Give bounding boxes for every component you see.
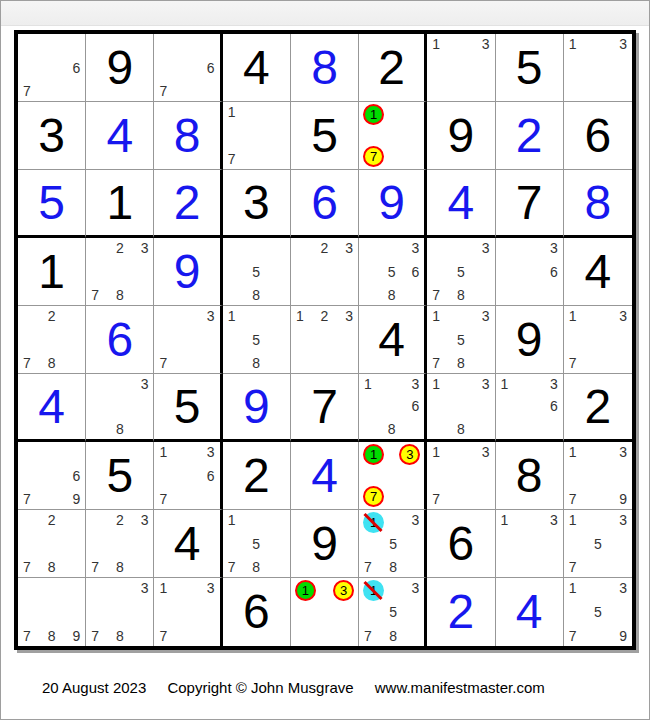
candidate-8: 8 xyxy=(47,628,57,644)
candidate-3: 3 xyxy=(618,444,628,460)
candidate-3: 3 xyxy=(411,376,421,392)
cell-r2c6[interactable]: 17 xyxy=(359,102,427,170)
footer-copyright: Copyright © John Musgrave xyxy=(167,679,353,696)
candidate-3: 3 xyxy=(411,512,421,528)
cell-r8c7[interactable]: 6 xyxy=(427,510,495,578)
pencil-marks: 13579 xyxy=(564,578,632,646)
candidate-slot: 2 xyxy=(110,240,130,261)
candidate-slot: 9 xyxy=(608,623,628,644)
cell-r1c2[interactable]: 9 xyxy=(86,34,154,102)
pencil-marks: 1368 xyxy=(359,374,424,439)
candidate-1: 1 xyxy=(158,444,168,460)
pencil-marks: 123 xyxy=(291,306,358,373)
candidate-slot: 8 xyxy=(451,350,471,371)
cell-r8c6[interactable]: 13578 xyxy=(359,510,427,578)
cell-r8c1[interactable]: 278 xyxy=(18,510,86,578)
candidate-7: 7 xyxy=(227,151,237,167)
candidate-slot: 7 xyxy=(90,623,110,644)
candidate-2: 2 xyxy=(115,240,125,256)
candidate-7: 7 xyxy=(363,559,373,575)
candidate-slot: 5 xyxy=(588,533,608,554)
pencil-marks: 137 xyxy=(154,578,219,646)
candidate-3: 3 xyxy=(549,376,559,392)
solved-digit: 8 xyxy=(154,102,219,169)
pencil-marks: 137 xyxy=(359,442,424,509)
sudoku-window: 6796748213513348175179265123694781237895… xyxy=(0,0,650,720)
candidate-3: 3 xyxy=(206,580,216,596)
candidate-slot: 3 xyxy=(130,240,150,261)
cell-r7c5[interactable]: 4 xyxy=(291,442,359,510)
candidate-7: 7 xyxy=(90,628,100,644)
candidate-slot: 1 xyxy=(431,376,451,396)
candidate-slot: 7 xyxy=(431,486,451,507)
candidate-8: 8 xyxy=(387,287,397,303)
candidate-slot: 1 xyxy=(568,36,588,57)
cell-r2c8[interactable]: 2 xyxy=(496,102,564,170)
candidate-slot: 7 xyxy=(90,282,110,303)
candidate-slot: 1 xyxy=(227,104,247,125)
cell-r2c3[interactable]: 8 xyxy=(154,102,222,170)
candidate-slot: 3 xyxy=(197,444,216,465)
cell-r5c3[interactable]: 37 xyxy=(154,306,222,374)
candidate-slot: 7 xyxy=(363,146,384,167)
cell-r8c4[interactable]: 1578 xyxy=(223,510,291,578)
candidate-slot: 7 xyxy=(22,78,42,99)
pencil-marks: 278 xyxy=(18,510,85,577)
given-digit: 7 xyxy=(496,170,563,235)
candidate-slot: 1 xyxy=(363,376,382,396)
cell-r5c6[interactable]: 4 xyxy=(359,306,427,374)
cell-r9c8[interactable]: 4 xyxy=(496,578,564,646)
candidate-7: 7 xyxy=(227,559,237,575)
cell-r9c6[interactable]: 13578 xyxy=(359,578,427,646)
cell-r1c5[interactable]: 8 xyxy=(291,34,359,102)
cell-r5c9[interactable]: 137 xyxy=(564,306,632,374)
candidate-slot: 7 xyxy=(431,350,451,371)
candidate-slot: 5 xyxy=(384,533,402,554)
candidate-slot: 7 xyxy=(363,623,384,644)
cell-r1c6[interactable]: 2 xyxy=(359,34,427,102)
cell-r5c2[interactable]: 6 xyxy=(86,306,154,374)
candidate-slot: 2 xyxy=(42,308,62,329)
solved-digit: 5 xyxy=(18,170,85,235)
pencil-marks: 2378 xyxy=(86,510,153,577)
solved-digit: 2 xyxy=(427,578,494,646)
candidate-slot: 7 xyxy=(22,623,42,644)
candidate-slot: 3 xyxy=(539,376,559,396)
candidate-slot: 8 xyxy=(451,417,471,437)
cell-r4c4[interactable]: 58 xyxy=(223,238,291,306)
candidate-1-green: 1 xyxy=(363,444,384,465)
candidate-7: 7 xyxy=(568,491,578,507)
candidate-slot: 9 xyxy=(608,486,628,507)
given-digit: 4 xyxy=(564,238,632,305)
candidate-slot: 7 xyxy=(22,486,42,507)
candidate-slot: 6 xyxy=(197,57,216,78)
candidate-slot: 3 xyxy=(402,580,420,601)
candidate-slot: 3 xyxy=(471,444,491,465)
candidate-7: 7 xyxy=(22,83,32,99)
pencil-marks: 38 xyxy=(86,374,153,439)
cell-r9c1[interactable]: 789 xyxy=(18,578,86,646)
candidate-3: 3 xyxy=(481,36,491,52)
cell-r5c7[interactable]: 13578 xyxy=(427,306,495,374)
pencil-marks: 13 xyxy=(564,34,632,101)
candidate-slot: 9 xyxy=(61,623,81,644)
candidate-5: 5 xyxy=(251,536,261,552)
candidate-7: 7 xyxy=(158,83,168,99)
candidate-slot: 6 xyxy=(539,396,559,416)
candidate-6: 6 xyxy=(549,264,559,280)
candidate-6: 6 xyxy=(549,398,559,414)
pencil-marks: 13578 xyxy=(359,510,424,577)
candidate-9: 9 xyxy=(71,491,81,507)
candidate-3: 3 xyxy=(549,512,559,528)
candidate-slot: 1 xyxy=(363,580,384,601)
candidate-slot: 5 xyxy=(246,261,266,282)
candidate-slot: 7 xyxy=(227,554,247,575)
candidate-7: 7 xyxy=(431,287,441,303)
given-digit: 2 xyxy=(359,34,424,101)
pencil-marks: 158 xyxy=(223,306,290,373)
cell-r8c3[interactable]: 4 xyxy=(154,510,222,578)
candidate-7: 7 xyxy=(568,559,578,575)
cell-r6c2[interactable]: 38 xyxy=(86,374,154,442)
candidate-5: 5 xyxy=(388,536,398,552)
cell-r4c9[interactable]: 4 xyxy=(564,238,632,306)
candidate-slot: 7 xyxy=(227,146,247,167)
cell-r6c3[interactable]: 5 xyxy=(154,374,222,442)
cell-r8c5[interactable]: 9 xyxy=(291,510,359,578)
candidate-slot: 5 xyxy=(384,601,402,622)
solved-digit: 6 xyxy=(86,306,153,373)
candidate-slot: 7 xyxy=(158,486,177,507)
candidate-3: 3 xyxy=(206,308,216,324)
candidate-8: 8 xyxy=(456,421,466,437)
solved-digit: 2 xyxy=(154,170,219,235)
cell-r8c2[interactable]: 2378 xyxy=(86,510,154,578)
given-digit: 5 xyxy=(291,102,358,169)
candidate-8: 8 xyxy=(388,559,398,575)
given-digit: 7 xyxy=(291,374,358,439)
candidate-slot: 8 xyxy=(246,350,266,371)
cell-r3c1[interactable]: 5 xyxy=(18,170,86,238)
candidate-slot: 3 xyxy=(334,240,354,261)
cell-r1c9[interactable]: 13 xyxy=(564,34,632,102)
cell-r7c6[interactable]: 137 xyxy=(359,442,427,510)
candidate-8: 8 xyxy=(456,355,466,371)
cell-r7c3[interactable]: 1367 xyxy=(154,442,222,510)
given-digit: 5 xyxy=(86,442,153,509)
cell-r7c8[interactable]: 8 xyxy=(496,442,564,510)
candidate-slot: 1 xyxy=(568,308,588,329)
cell-r3c3[interactable]: 2 xyxy=(154,170,222,238)
cell-r6c7[interactable]: 138 xyxy=(427,374,495,442)
cell-r8c8[interactable]: 13 xyxy=(496,510,564,578)
given-digit: 5 xyxy=(154,374,219,439)
cell-r3c8[interactable]: 7 xyxy=(496,170,564,238)
cell-r3c5[interactable]: 6 xyxy=(291,170,359,238)
candidate-slot: 1 xyxy=(431,444,451,465)
cell-r7c7[interactable]: 137 xyxy=(427,442,495,510)
candidate-slot: 7 xyxy=(158,350,177,371)
candidate-slot: 7 xyxy=(568,350,588,371)
candidate-3: 3 xyxy=(618,580,628,596)
candidate-slot: 2 xyxy=(110,512,130,533)
candidate-1: 1 xyxy=(568,308,578,324)
cell-r1c3[interactable]: 67 xyxy=(154,34,222,102)
cell-r3c7[interactable]: 4 xyxy=(427,170,495,238)
given-digit: 1 xyxy=(86,170,153,235)
candidate-slot: 5 xyxy=(246,329,266,350)
candidate-1: 1 xyxy=(568,512,578,528)
candidate-6: 6 xyxy=(206,468,216,484)
candidate-3: 3 xyxy=(549,240,559,256)
candidate-3: 3 xyxy=(140,376,150,392)
candidate-slot: 8 xyxy=(110,417,130,437)
candidate-1: 1 xyxy=(227,104,237,120)
candidate-slot: 1 xyxy=(568,580,588,601)
candidate-slot: 2 xyxy=(42,512,62,533)
candidate-slot: 8 xyxy=(384,623,402,644)
candidate-7: 7 xyxy=(22,559,32,575)
candidate-3-yellow: 3 xyxy=(333,580,354,601)
candidate-3: 3 xyxy=(481,308,491,324)
candidate-7: 7 xyxy=(568,628,578,644)
candidate-slot: 7 xyxy=(22,554,42,575)
candidate-8: 8 xyxy=(115,628,125,644)
candidate-slot: 8 xyxy=(246,282,266,303)
cell-r5c5[interactable]: 123 xyxy=(291,306,359,374)
candidate-slot: 3 xyxy=(401,376,420,396)
candidate-slot: 3 xyxy=(130,512,150,533)
cell-r3c2[interactable]: 1 xyxy=(86,170,154,238)
candidate-slot: 1 xyxy=(227,512,247,533)
cell-r5c8[interactable]: 9 xyxy=(496,306,564,374)
candidate-slot: 3 xyxy=(130,580,150,601)
candidate-slot: 1 xyxy=(295,308,315,329)
candidate-6: 6 xyxy=(71,468,81,484)
cell-r9c5[interactable]: 13 xyxy=(291,578,359,646)
candidate-slot: 8 xyxy=(246,554,266,575)
candidate-7: 7 xyxy=(158,628,168,644)
candidate-slot: 3 xyxy=(471,308,491,329)
candidate-8: 8 xyxy=(388,628,398,644)
solved-digit: 8 xyxy=(564,170,632,235)
candidate-slot: 2 xyxy=(315,240,335,261)
candidate-7: 7 xyxy=(22,628,32,644)
cell-r2c9[interactable]: 6 xyxy=(564,102,632,170)
cell-r7c4[interactable]: 2 xyxy=(223,442,291,510)
candidate-3: 3 xyxy=(140,512,150,528)
solved-digit: 4 xyxy=(18,374,85,439)
cell-r2c4[interactable]: 17 xyxy=(223,102,291,170)
cell-r3c4[interactable]: 3 xyxy=(223,170,291,238)
cell-r4c7[interactable]: 3578 xyxy=(427,238,495,306)
candidate-slot: 5 xyxy=(246,533,266,554)
candidate-9: 9 xyxy=(71,628,81,644)
candidate-slot: 1 xyxy=(158,444,177,465)
pencil-marks: 17 xyxy=(359,102,424,169)
pencil-marks: 13 xyxy=(291,578,358,646)
cell-r4c8[interactable]: 36 xyxy=(496,238,564,306)
cell-r7c1[interactable]: 679 xyxy=(18,442,86,510)
cell-r4c6[interactable]: 3568 xyxy=(359,238,427,306)
cell-r1c4[interactable]: 4 xyxy=(223,34,291,102)
candidate-slot: 8 xyxy=(382,417,401,437)
cell-r1c1[interactable]: 67 xyxy=(18,34,86,102)
cell-r3c6[interactable]: 9 xyxy=(359,170,427,238)
candidate-7: 7 xyxy=(431,491,441,507)
candidate-6: 6 xyxy=(71,60,81,76)
candidate-1: 1 xyxy=(568,36,578,52)
candidate-slot: 1 xyxy=(295,580,316,601)
solved-digit: 2 xyxy=(496,102,563,169)
given-digit: 9 xyxy=(427,102,494,169)
candidate-slot: 6 xyxy=(61,57,81,78)
candidate-1: 1 xyxy=(431,36,441,52)
candidate-2: 2 xyxy=(320,240,330,256)
candidate-5: 5 xyxy=(251,264,261,280)
cell-r2c5[interactable]: 5 xyxy=(291,102,359,170)
candidate-1: 1 xyxy=(500,376,510,392)
cell-r9c2[interactable]: 378 xyxy=(86,578,154,646)
candidate-8: 8 xyxy=(456,287,466,303)
given-digit: 2 xyxy=(223,442,290,509)
candidate-slot: 3 xyxy=(608,512,628,533)
candidate-3: 3 xyxy=(411,580,421,596)
candidate-8: 8 xyxy=(251,355,261,371)
given-digit: 8 xyxy=(496,442,563,509)
pencil-marks: 13578 xyxy=(427,306,494,373)
given-digit: 9 xyxy=(86,34,153,101)
footer-website: www.manifestmaster.com xyxy=(375,679,545,696)
candidate-slot: 6 xyxy=(539,261,559,282)
candidate-1: 1 xyxy=(295,308,305,324)
solved-digit: 4 xyxy=(86,102,153,169)
pencil-marks: 1357 xyxy=(564,510,632,577)
candidate-1: 1 xyxy=(431,376,441,392)
cell-r6c4[interactable]: 9 xyxy=(223,374,291,442)
solved-digit: 4 xyxy=(496,578,563,646)
cell-r6c5[interactable]: 7 xyxy=(291,374,359,442)
pencil-marks: 1379 xyxy=(564,442,632,509)
pencil-marks: 378 xyxy=(86,578,153,646)
candidate-slot: 3 xyxy=(471,36,491,57)
candidate-slot: 8 xyxy=(42,623,62,644)
cell-r4c3[interactable]: 9 xyxy=(154,238,222,306)
pencil-marks: 679 xyxy=(18,442,85,509)
candidate-slot: 3 xyxy=(197,580,216,601)
pencil-marks: 13 xyxy=(427,34,494,101)
candidate-7-yellow: 7 xyxy=(363,486,384,507)
cell-r9c4[interactable]: 6 xyxy=(223,578,291,646)
cell-r9c3[interactable]: 137 xyxy=(154,578,222,646)
cell-r4c1[interactable]: 1 xyxy=(18,238,86,306)
cell-r4c2[interactable]: 2378 xyxy=(86,238,154,306)
candidate-slot: 5 xyxy=(588,601,608,622)
candidate-8: 8 xyxy=(115,559,125,575)
pencil-marks: 1578 xyxy=(223,510,290,577)
cell-r7c9[interactable]: 1379 xyxy=(564,442,632,510)
candidate-slot: 7 xyxy=(158,623,177,644)
candidate-8: 8 xyxy=(47,355,57,371)
candidate-1-green: 1 xyxy=(363,104,384,125)
candidate-1: 1 xyxy=(568,444,578,460)
candidate-1: 1 xyxy=(431,308,441,324)
candidate-slot: 1 xyxy=(568,512,588,533)
cell-r9c9[interactable]: 13579 xyxy=(564,578,632,646)
cell-r6c1[interactable]: 4 xyxy=(18,374,86,442)
cell-r7c2[interactable]: 5 xyxy=(86,442,154,510)
candidate-3: 3 xyxy=(140,580,150,596)
cell-r3c9[interactable]: 8 xyxy=(564,170,632,238)
given-digit: 3 xyxy=(18,102,85,169)
given-digit: 3 xyxy=(223,170,290,235)
candidate-slot: 2 xyxy=(315,308,335,329)
pencil-marks: 136 xyxy=(496,374,563,439)
cell-r4c5[interactable]: 23 xyxy=(291,238,359,306)
footer-date: 20 August 2023 xyxy=(42,679,146,696)
candidate-8: 8 xyxy=(387,421,397,437)
candidate-slot: 8 xyxy=(110,554,130,575)
solved-digit: 9 xyxy=(359,170,424,235)
candidate-slot: 3 xyxy=(471,240,491,261)
solved-digit: 6 xyxy=(291,170,358,235)
candidate-slot: 5 xyxy=(451,329,471,350)
given-digit: 4 xyxy=(223,34,290,101)
candidate-1: 1 xyxy=(227,308,237,324)
cell-r6c6[interactable]: 1368 xyxy=(359,374,427,442)
candidate-6: 6 xyxy=(411,398,421,414)
pencil-marks: 67 xyxy=(154,34,219,101)
candidate-slot: 7 xyxy=(568,486,588,507)
cell-r1c7[interactable]: 13 xyxy=(427,34,495,102)
candidate-slot: 8 xyxy=(384,554,402,575)
candidate-slot: 3 xyxy=(399,444,420,465)
cell-r5c1[interactable]: 278 xyxy=(18,306,86,374)
candidate-5: 5 xyxy=(456,264,466,280)
candidate-3: 3 xyxy=(206,444,216,460)
pencil-marks: 13578 xyxy=(359,578,424,646)
candidate-7: 7 xyxy=(568,355,578,371)
cell-r2c7[interactable]: 9 xyxy=(427,102,495,170)
candidate-1: 1 xyxy=(363,376,373,392)
solved-digit: 9 xyxy=(154,238,219,305)
candidate-3: 3 xyxy=(481,444,491,460)
given-digit: 2 xyxy=(564,374,632,439)
candidate-3: 3 xyxy=(618,308,628,324)
cell-r2c2[interactable]: 4 xyxy=(86,102,154,170)
candidate-slot: 8 xyxy=(451,282,471,303)
candidate-slot: 7 xyxy=(431,282,451,303)
cell-r8c9[interactable]: 1357 xyxy=(564,510,632,578)
cell-r6c9[interactable]: 2 xyxy=(564,374,632,442)
cell-r9c7[interactable]: 2 xyxy=(427,578,495,646)
candidate-5: 5 xyxy=(387,264,397,280)
pencil-marks: 3568 xyxy=(359,238,424,305)
cell-r6c8[interactable]: 136 xyxy=(496,374,564,442)
candidate-1: 1 xyxy=(227,512,237,528)
candidate-slot: 5 xyxy=(451,261,471,282)
cell-r1c8[interactable]: 5 xyxy=(496,34,564,102)
candidate-slot: 7 xyxy=(90,554,110,575)
cell-r5c4[interactable]: 158 xyxy=(223,306,291,374)
candidate-slot: 6 xyxy=(401,261,420,282)
pencil-marks: 137 xyxy=(564,306,632,373)
candidate-slot: 3 xyxy=(334,308,354,329)
cell-r2c1[interactable]: 3 xyxy=(18,102,86,170)
